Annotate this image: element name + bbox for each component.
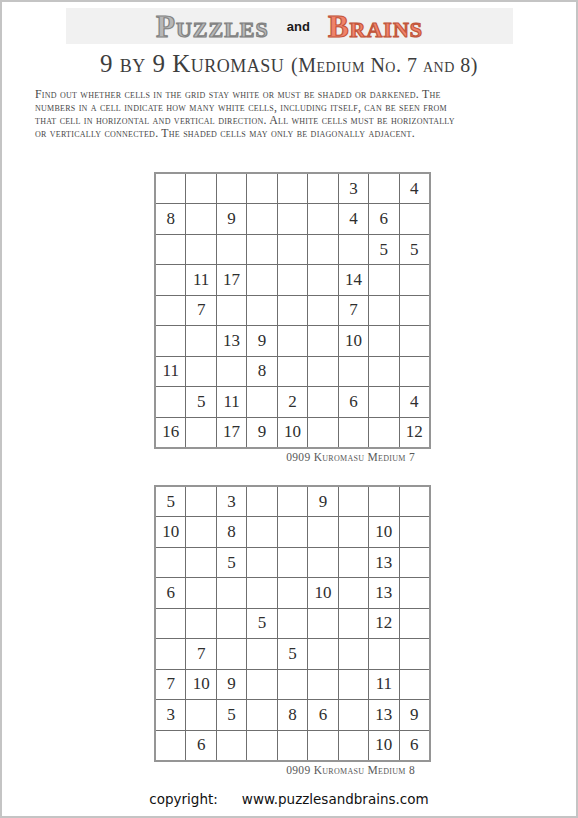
- cell-r3c8[interactable]: 13: [369, 548, 398, 577]
- cell-r4c1[interactable]: [156, 265, 185, 294]
- cell-r3c7[interactable]: [339, 548, 368, 577]
- brand-puzzles-text: Puzzles: [156, 11, 269, 42]
- instruction-line-1: Find out whether cells in the grid stay …: [35, 88, 555, 101]
- cell-r9c1[interactable]: [156, 731, 185, 760]
- cell-r1c1[interactable]: 5: [156, 487, 185, 516]
- cell-r5c1[interactable]: [156, 296, 185, 325]
- cell-r5c1[interactable]: [156, 609, 185, 638]
- cell-r3c6[interactable]: [308, 235, 337, 264]
- cell-r7c9[interactable]: [400, 670, 429, 699]
- cell-r8c5[interactable]: 8: [278, 700, 307, 729]
- cell-r8c9[interactable]: 9: [400, 700, 429, 729]
- cell-r6c7[interactable]: 10: [339, 326, 368, 355]
- cell-r7c3[interactable]: 9: [217, 670, 246, 699]
- cell-r9c2[interactable]: 6: [186, 731, 215, 760]
- cell-r4c8[interactable]: 13: [369, 578, 398, 607]
- cell-r3c4[interactable]: [247, 548, 276, 577]
- cell-r8c4[interactable]: [247, 700, 276, 729]
- cell-r2c7[interactable]: 4: [339, 204, 368, 233]
- cell-r7c2[interactable]: 10: [186, 670, 215, 699]
- cell-r2c3[interactable]: 8: [217, 517, 246, 546]
- cell-r5c6[interactable]: [308, 296, 337, 325]
- page: Puzzles and Brains 9 by 9 Kuromasu (Medi…: [0, 0, 578, 818]
- cell-r3c2[interactable]: [186, 235, 215, 264]
- instructions: Find out whether cells in the grid stay …: [35, 88, 555, 140]
- cell-r3c1[interactable]: [156, 548, 185, 577]
- cell-r2c2[interactable]: [186, 517, 215, 546]
- cell-r8c3[interactable]: 5: [217, 700, 246, 729]
- cell-r8c1[interactable]: [156, 387, 185, 416]
- cell-r7c9[interactable]: [400, 357, 429, 386]
- copyright-label: copyright:: [149, 791, 218, 807]
- cell-r8c1[interactable]: 3: [156, 700, 185, 729]
- cell-r2c4[interactable]: [247, 204, 276, 233]
- cell-r6c1[interactable]: [156, 639, 185, 668]
- cell-r2c7[interactable]: [339, 517, 368, 546]
- cell-r7c1[interactable]: 7: [156, 670, 185, 699]
- cell-r8c2[interactable]: 5: [186, 387, 215, 416]
- cell-r7c7[interactable]: [339, 357, 368, 386]
- cell-r7c4[interactable]: [247, 670, 276, 699]
- cell-r7c8[interactable]: [369, 357, 398, 386]
- cell-r3c2[interactable]: [186, 548, 215, 577]
- cell-r6c6[interactable]: [308, 639, 337, 668]
- brand-and-text: and: [287, 19, 310, 34]
- brand-brains-text: Brains: [328, 11, 423, 42]
- cell-r6c5[interactable]: [278, 326, 307, 355]
- cell-r7c2[interactable]: [186, 357, 215, 386]
- cell-r3c1[interactable]: [156, 235, 185, 264]
- cell-r9c4[interactable]: 9: [247, 418, 276, 447]
- cell-r4c4[interactable]: [247, 265, 276, 294]
- cell-r1c5[interactable]: [278, 174, 307, 203]
- cell-r6c1[interactable]: [156, 326, 185, 355]
- cell-r1c7[interactable]: [339, 487, 368, 516]
- cell-r9c3[interactable]: 17: [217, 418, 246, 447]
- cell-r8c7[interactable]: [339, 700, 368, 729]
- cell-r6c8[interactable]: [369, 326, 398, 355]
- cell-r6c2[interactable]: [186, 326, 215, 355]
- cell-r8c4[interactable]: [247, 387, 276, 416]
- cell-r5c7[interactable]: 7: [339, 296, 368, 325]
- cell-r4c2[interactable]: 11: [186, 265, 215, 294]
- cell-r5c8[interactable]: 12: [369, 609, 398, 638]
- cell-r9c5[interactable]: 10: [278, 418, 307, 447]
- cell-r1c6[interactable]: 9: [308, 487, 337, 516]
- cell-r5c9[interactable]: [400, 609, 429, 638]
- cell-r4c5[interactable]: [278, 578, 307, 607]
- cell-r7c6[interactable]: [308, 357, 337, 386]
- cell-r4c6[interactable]: 10: [308, 578, 337, 607]
- cell-r5c5[interactable]: [278, 296, 307, 325]
- cell-r8c6[interactable]: [308, 387, 337, 416]
- cell-r1c8[interactable]: [369, 174, 398, 203]
- cell-r1c8[interactable]: [369, 487, 398, 516]
- cell-r8c7[interactable]: 6: [339, 387, 368, 416]
- cell-r4c4[interactable]: [247, 578, 276, 607]
- cell-r5c3[interactable]: [217, 609, 246, 638]
- cell-r9c8[interactable]: [369, 418, 398, 447]
- cell-r6c3[interactable]: 13: [217, 326, 246, 355]
- cell-r6c5[interactable]: 5: [278, 639, 307, 668]
- cell-r6c3[interactable]: [217, 639, 246, 668]
- cell-r5c2[interactable]: 7: [186, 296, 215, 325]
- cell-r9c2[interactable]: [186, 418, 215, 447]
- grid-caption-medium-8: 0909 Kuromasu Medium 8: [154, 764, 431, 776]
- cell-r1c5[interactable]: [278, 487, 307, 516]
- cell-r1c7[interactable]: 3: [339, 174, 368, 203]
- cell-r1c2[interactable]: [186, 174, 215, 203]
- cell-r9c9[interactable]: 12: [400, 418, 429, 447]
- cell-r5c4[interactable]: 5: [247, 609, 276, 638]
- cell-r5c6[interactable]: [308, 609, 337, 638]
- cell-r4c9[interactable]: [400, 578, 429, 607]
- cell-r2c6[interactable]: [308, 204, 337, 233]
- cell-r1c1[interactable]: [156, 174, 185, 203]
- cell-r9c9[interactable]: 6: [400, 731, 429, 760]
- cell-r3c7[interactable]: [339, 235, 368, 264]
- cell-r1c3[interactable]: 3: [217, 487, 246, 516]
- cell-r6c9[interactable]: [400, 326, 429, 355]
- cell-r5c3[interactable]: [217, 296, 246, 325]
- cell-r4c1[interactable]: 6: [156, 578, 185, 607]
- cell-r2c5[interactable]: [278, 204, 307, 233]
- cell-r4c7[interactable]: 14: [339, 265, 368, 294]
- cell-r2c2[interactable]: [186, 204, 215, 233]
- cell-r1c3[interactable]: [217, 174, 246, 203]
- cell-r5c9[interactable]: [400, 296, 429, 325]
- cell-r2c3[interactable]: 9: [217, 204, 246, 233]
- cell-r3c3[interactable]: [217, 235, 246, 264]
- cell-r8c2[interactable]: [186, 700, 215, 729]
- cell-r7c4[interactable]: 8: [247, 357, 276, 386]
- page-title: 9 by 9 Kuromasu (Medium No. 7 and 8): [2, 50, 576, 79]
- cell-r7c1[interactable]: 11: [156, 357, 185, 386]
- cell-r9c8[interactable]: 10: [369, 731, 398, 760]
- cell-r6c4[interactable]: [247, 639, 276, 668]
- cell-r7c8[interactable]: 11: [369, 670, 398, 699]
- page-title-sub: (Medium No. 7 and 8): [291, 54, 478, 76]
- cell-r7c5[interactable]: [278, 357, 307, 386]
- cell-r9c7[interactable]: [339, 731, 368, 760]
- cell-r2c4[interactable]: [247, 517, 276, 546]
- cell-r6c7[interactable]: [339, 639, 368, 668]
- cell-r3c3[interactable]: 5: [217, 548, 246, 577]
- cell-r6c6[interactable]: [308, 326, 337, 355]
- instruction-line-3: that cell in horizontal and vertical dir…: [35, 114, 555, 127]
- cell-r4c6[interactable]: [308, 265, 337, 294]
- cell-r2c5[interactable]: [278, 517, 307, 546]
- cell-r4c5[interactable]: [278, 265, 307, 294]
- page-title-main: 9 by 9 Kuromasu: [100, 50, 291, 77]
- cell-r7c7[interactable]: [339, 670, 368, 699]
- cell-r9c1[interactable]: 16: [156, 418, 185, 447]
- cell-r2c6[interactable]: [308, 517, 337, 546]
- cell-r9c7[interactable]: [339, 418, 368, 447]
- cell-r9c6[interactable]: [308, 418, 337, 447]
- cell-r4c7[interactable]: [339, 578, 368, 607]
- cell-r4c3[interactable]: 17: [217, 265, 246, 294]
- cell-r1c9[interactable]: 4: [400, 174, 429, 203]
- cell-r6c9[interactable]: [400, 639, 429, 668]
- cell-r5c4[interactable]: [247, 296, 276, 325]
- cell-r3c5[interactable]: [278, 548, 307, 577]
- cell-r4c8[interactable]: [369, 265, 398, 294]
- cell-r2c9[interactable]: [400, 204, 429, 233]
- cell-r7c5[interactable]: [278, 670, 307, 699]
- kuromasu-grid-medium-8: 53910810513610135127571091135861396106: [154, 485, 431, 762]
- cell-r9c6[interactable]: [308, 731, 337, 760]
- cell-r6c2[interactable]: 7: [186, 639, 215, 668]
- cell-r1c4[interactable]: [247, 174, 276, 203]
- cell-r2c8[interactable]: 6: [369, 204, 398, 233]
- instruction-line-2: numbers in a cell indicate how many whit…: [35, 101, 555, 114]
- kuromasu-grid-medium-7: 348946551117147713910118511264161791012: [154, 172, 431, 449]
- cell-r3c8[interactable]: 5: [369, 235, 398, 264]
- cell-r6c4[interactable]: 9: [247, 326, 276, 355]
- cell-r2c9[interactable]: [400, 517, 429, 546]
- cell-r9c5[interactable]: [278, 731, 307, 760]
- cell-r1c6[interactable]: [308, 174, 337, 203]
- cell-r3c9[interactable]: [400, 548, 429, 577]
- cell-r4c3[interactable]: [217, 578, 246, 607]
- cell-r1c4[interactable]: [247, 487, 276, 516]
- cell-r8c9[interactable]: 4: [400, 387, 429, 416]
- cell-r8c6[interactable]: 6: [308, 700, 337, 729]
- grid-caption-medium-7: 0909 Kuromasu Medium 7: [154, 451, 431, 463]
- cell-r5c2[interactable]: [186, 609, 215, 638]
- cell-r2c1[interactable]: 10: [156, 517, 185, 546]
- cell-r3c6[interactable]: [308, 548, 337, 577]
- cell-r2c8[interactable]: 10: [369, 517, 398, 546]
- instruction-line-4: or vertically connected. The shaded cell…: [35, 127, 555, 140]
- cell-r8c5[interactable]: 2: [278, 387, 307, 416]
- cell-r1c2[interactable]: [186, 487, 215, 516]
- cell-r3c4[interactable]: [247, 235, 276, 264]
- cell-r2c1[interactable]: 8: [156, 204, 185, 233]
- cell-r9c3[interactable]: [217, 731, 246, 760]
- cell-r5c8[interactable]: [369, 296, 398, 325]
- cell-r8c8[interactable]: 13: [369, 700, 398, 729]
- brand-banner: Puzzles and Brains: [66, 8, 513, 44]
- cell-r7c3[interactable]: [217, 357, 246, 386]
- cell-r1c9[interactable]: [400, 487, 429, 516]
- cell-r8c8[interactable]: [369, 387, 398, 416]
- cell-r8c3[interactable]: 11: [217, 387, 246, 416]
- cell-r9c4[interactable]: [247, 731, 276, 760]
- website-url: www.puzzlesandbrains.com: [242, 791, 429, 807]
- cell-r4c9[interactable]: [400, 265, 429, 294]
- cell-r6c8[interactable]: [369, 639, 398, 668]
- footer: copyright:www.puzzlesandbrains.com: [2, 791, 576, 807]
- cell-r3c9[interactable]: 5: [400, 235, 429, 264]
- cell-r5c5[interactable]: [278, 609, 307, 638]
- cell-r3c5[interactable]: [278, 235, 307, 264]
- cell-r7c6[interactable]: [308, 670, 337, 699]
- cell-r5c7[interactable]: [339, 609, 368, 638]
- cell-r4c2[interactable]: [186, 578, 215, 607]
